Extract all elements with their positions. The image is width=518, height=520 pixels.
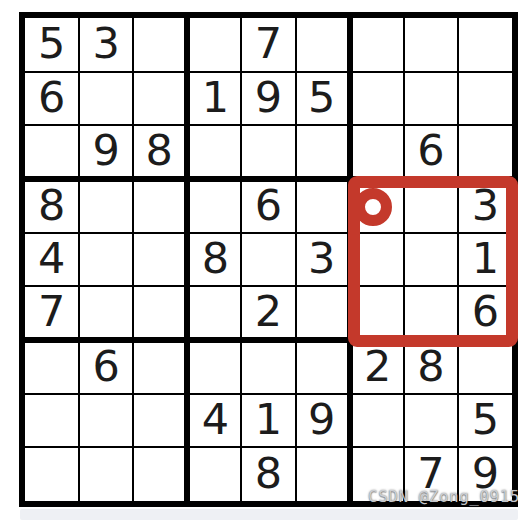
given-digit: 3	[308, 237, 335, 280]
watermark: CSDN @Zong_0915	[368, 487, 518, 506]
given-digit: 2	[364, 345, 391, 388]
cell-r8c5: 1	[241, 394, 295, 448]
cell-r2c3	[133, 72, 187, 126]
given-digit: 7	[38, 290, 65, 333]
given-digit: 6	[38, 76, 65, 119]
given-digit: 6	[92, 345, 119, 388]
cell-r9c5: 8	[241, 447, 295, 501]
cell-r4c5: 6	[241, 179, 295, 233]
given-digit: 2	[255, 290, 282, 333]
cell-r4c3	[133, 179, 187, 233]
cell-r9c3	[133, 447, 187, 501]
given-digit: 9	[308, 398, 335, 441]
cell-r7c3	[133, 340, 187, 394]
cell-r1c3	[133, 18, 187, 72]
given-digit: 1	[472, 237, 499, 280]
cell-r8c8	[404, 394, 458, 448]
cell-r3c4	[187, 125, 241, 179]
cell-r5c4: 8	[187, 233, 241, 287]
cell-r8c3	[133, 394, 187, 448]
cell-r4c7	[350, 179, 404, 233]
given-digit: 1	[255, 398, 282, 441]
cell-r6c9: 6	[458, 286, 512, 340]
cell-r1c6	[296, 18, 350, 72]
cell-r5c8	[404, 233, 458, 287]
cell-r2c2	[79, 72, 133, 126]
cell-r5c7	[350, 233, 404, 287]
cell-r2c4: 1	[187, 72, 241, 126]
cell-r8c6: 9	[296, 394, 350, 448]
cell-r6c6	[296, 286, 350, 340]
cell-r5c6: 3	[296, 233, 350, 287]
given-digit: 3	[92, 22, 119, 65]
given-digit: 8	[38, 184, 65, 227]
highlight-circle-icon	[354, 188, 392, 226]
cell-r2c7	[350, 72, 404, 126]
cell-r4c2	[79, 179, 133, 233]
cell-r7c4	[187, 340, 241, 394]
page-background-strip	[20, 509, 518, 520]
given-digit: 6	[255, 184, 282, 227]
cell-r4c4	[187, 179, 241, 233]
cell-r5c2	[79, 233, 133, 287]
cell-r2c5: 9	[241, 72, 295, 126]
cell-r5c1: 4	[25, 233, 79, 287]
cell-r3c9	[458, 125, 512, 179]
cell-r3c8: 6	[404, 125, 458, 179]
cell-r1c8	[404, 18, 458, 72]
given-digit: 7	[255, 22, 282, 65]
cell-r5c5	[241, 233, 295, 287]
cell-r3c2: 9	[79, 125, 133, 179]
cell-r6c1: 7	[25, 286, 79, 340]
given-digit: 8	[146, 129, 173, 172]
given-digit: 9	[92, 129, 119, 172]
cell-r3c6	[296, 125, 350, 179]
cell-r7c7: 2	[350, 340, 404, 394]
given-digit: 6	[417, 129, 444, 172]
cell-r5c9: 1	[458, 233, 512, 287]
given-digit: 5	[308, 76, 335, 119]
cell-r1c2: 3	[79, 18, 133, 72]
sudoku-board: 537619598686348317266284195879	[19, 12, 518, 507]
cell-r1c7	[350, 18, 404, 72]
cell-r9c6	[296, 447, 350, 501]
cell-r2c9	[458, 72, 512, 126]
cell-r2c6: 5	[296, 72, 350, 126]
given-digit: 5	[38, 22, 65, 65]
cell-r9c2	[79, 447, 133, 501]
given-digit: 4	[202, 398, 229, 441]
cell-r9c1	[25, 447, 79, 501]
cell-r9c4	[187, 447, 241, 501]
cell-r2c8	[404, 72, 458, 126]
cell-r7c2: 6	[79, 340, 133, 394]
sudoku-diagram: 537619598686348317266284195879 CSDN @Zon…	[0, 0, 518, 520]
cell-r6c8	[404, 286, 458, 340]
given-digit: 8	[417, 345, 444, 388]
given-digit: 9	[255, 76, 282, 119]
cell-r6c5: 2	[241, 286, 295, 340]
cell-r7c1	[25, 340, 79, 394]
cell-r6c4	[187, 286, 241, 340]
given-digit: 4	[38, 237, 65, 280]
cell-r8c1	[25, 394, 79, 448]
cell-r6c7	[350, 286, 404, 340]
cell-r8c4: 4	[187, 394, 241, 448]
cell-r8c2	[79, 394, 133, 448]
cell-r7c8: 8	[404, 340, 458, 394]
cell-r8c7	[350, 394, 404, 448]
cell-r5c3	[133, 233, 187, 287]
cell-r4c1: 8	[25, 179, 79, 233]
cell-r1c1: 5	[25, 18, 79, 72]
cell-r1c4	[187, 18, 241, 72]
cell-r8c9: 5	[458, 394, 512, 448]
cell-r3c3: 8	[133, 125, 187, 179]
cell-r6c3	[133, 286, 187, 340]
cell-r1c5: 7	[241, 18, 295, 72]
given-digit: 8	[255, 452, 282, 495]
cell-r6c2	[79, 286, 133, 340]
cell-r3c7	[350, 125, 404, 179]
cell-r3c1	[25, 125, 79, 179]
cell-r4c9: 3	[458, 179, 512, 233]
cell-r2c1: 6	[25, 72, 79, 126]
cell-r7c6	[296, 340, 350, 394]
cell-r4c8	[404, 179, 458, 233]
cell-r3c5	[241, 125, 295, 179]
cell-r7c5	[241, 340, 295, 394]
given-digit: 6	[472, 290, 499, 333]
cell-r7c9	[458, 340, 512, 394]
given-digit: 1	[202, 76, 229, 119]
given-digit: 8	[202, 237, 229, 280]
cell-r1c9	[458, 18, 512, 72]
given-digit: 3	[472, 184, 499, 227]
cell-r4c6	[296, 179, 350, 233]
given-digit: 5	[472, 398, 499, 441]
